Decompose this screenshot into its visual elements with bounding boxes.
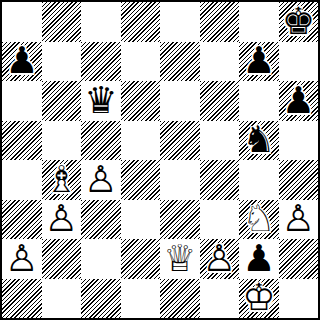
square-a7[interactable]: ♟ (2, 42, 42, 82)
white-knight[interactable]: ♞♘ (239, 200, 279, 240)
square-h5[interactable] (279, 121, 319, 161)
square-h4[interactable] (279, 160, 319, 200)
square-c1[interactable] (81, 279, 121, 319)
square-d3[interactable] (121, 200, 161, 240)
square-h1[interactable] (279, 279, 319, 319)
square-g6[interactable] (239, 81, 279, 121)
square-g7[interactable]: ♟ (239, 42, 279, 82)
black-king-icon: ♚ (279, 2, 319, 42)
square-a1[interactable] (2, 279, 42, 319)
square-h3[interactable]: ♟♙ (279, 200, 319, 240)
square-h2[interactable] (279, 239, 319, 279)
square-b3[interactable]: ♟♙ (42, 200, 82, 240)
white-pawn[interactable]: ♟♙ (200, 239, 240, 279)
square-a8[interactable] (2, 2, 42, 42)
square-f7[interactable] (200, 42, 240, 82)
square-e4[interactable] (160, 160, 200, 200)
white-king-outline-icon: ♔ (239, 279, 279, 319)
black-pawn-icon: ♟ (2, 42, 42, 82)
square-f8[interactable] (200, 2, 240, 42)
square-b4[interactable]: ♝♗ (42, 160, 82, 200)
square-e3[interactable] (160, 200, 200, 240)
white-pawn-outline-icon: ♙ (42, 200, 82, 240)
square-e8[interactable] (160, 2, 200, 42)
black-knight[interactable]: ♞ (239, 121, 279, 161)
black-pawn[interactable]: ♟ (239, 42, 279, 82)
square-a5[interactable] (2, 121, 42, 161)
white-bishop-outline-icon: ♗ (42, 160, 82, 200)
white-queen-outline-icon: ♕ (160, 239, 200, 279)
chess-board: ♚♟♟♛♟♞♝♗♟♙♟♙♞♘♟♙♟♙♛♕♟♙♟♚♔ (0, 0, 320, 320)
square-a4[interactable] (2, 160, 42, 200)
square-d2[interactable] (121, 239, 161, 279)
white-pawn-outline-icon: ♙ (81, 160, 121, 200)
square-h6[interactable]: ♟ (279, 81, 319, 121)
white-knight-outline-icon: ♘ (239, 200, 279, 240)
square-c2[interactable] (81, 239, 121, 279)
square-c3[interactable] (81, 200, 121, 240)
black-queen[interactable]: ♛ (81, 81, 121, 121)
square-e6[interactable] (160, 81, 200, 121)
square-a3[interactable] (2, 200, 42, 240)
square-f1[interactable] (200, 279, 240, 319)
black-pawn-icon: ♟ (239, 239, 279, 279)
square-g5[interactable]: ♞ (239, 121, 279, 161)
square-c5[interactable] (81, 121, 121, 161)
square-f3[interactable] (200, 200, 240, 240)
square-c7[interactable] (81, 42, 121, 82)
black-knight-icon: ♞ (239, 121, 279, 161)
square-f4[interactable] (200, 160, 240, 200)
square-d4[interactable] (121, 160, 161, 200)
square-c8[interactable] (81, 2, 121, 42)
white-queen[interactable]: ♛♕ (160, 239, 200, 279)
black-pawn-icon: ♟ (279, 81, 319, 121)
square-d8[interactable] (121, 2, 161, 42)
square-d6[interactable] (121, 81, 161, 121)
white-pawn[interactable]: ♟♙ (42, 200, 82, 240)
black-king[interactable]: ♚ (279, 2, 319, 42)
white-pawn-outline-icon: ♙ (279, 200, 319, 240)
square-e7[interactable] (160, 42, 200, 82)
square-a2[interactable]: ♟♙ (2, 239, 42, 279)
square-e5[interactable] (160, 121, 200, 161)
square-g2[interactable]: ♟ (239, 239, 279, 279)
white-pawn-outline-icon: ♙ (200, 239, 240, 279)
square-g3[interactable]: ♞♘ (239, 200, 279, 240)
square-h7[interactable] (279, 42, 319, 82)
square-e2[interactable]: ♛♕ (160, 239, 200, 279)
white-pawn[interactable]: ♟♙ (2, 239, 42, 279)
square-f5[interactable] (200, 121, 240, 161)
white-pawn[interactable]: ♟♙ (279, 200, 319, 240)
square-b5[interactable] (42, 121, 82, 161)
square-g8[interactable] (239, 2, 279, 42)
square-e1[interactable] (160, 279, 200, 319)
square-g1[interactable]: ♚♔ (239, 279, 279, 319)
black-queen-icon: ♛ (81, 81, 121, 121)
black-pawn[interactable]: ♟ (2, 42, 42, 82)
white-bishop[interactable]: ♝♗ (42, 160, 82, 200)
white-pawn[interactable]: ♟♙ (81, 160, 121, 200)
square-f6[interactable] (200, 81, 240, 121)
square-d7[interactable] (121, 42, 161, 82)
square-d1[interactable] (121, 279, 161, 319)
square-b2[interactable] (42, 239, 82, 279)
square-a6[interactable] (2, 81, 42, 121)
square-d5[interactable] (121, 121, 161, 161)
square-h8[interactable]: ♚ (279, 2, 319, 42)
square-b6[interactable] (42, 81, 82, 121)
square-g4[interactable] (239, 160, 279, 200)
square-c6[interactable]: ♛ (81, 81, 121, 121)
square-f2[interactable]: ♟♙ (200, 239, 240, 279)
white-pawn-outline-icon: ♙ (2, 239, 42, 279)
square-b7[interactable] (42, 42, 82, 82)
black-pawn-icon: ♟ (239, 42, 279, 82)
square-c4[interactable]: ♟♙ (81, 160, 121, 200)
black-pawn[interactable]: ♟ (239, 239, 279, 279)
square-b1[interactable] (42, 279, 82, 319)
white-king[interactable]: ♚♔ (239, 279, 279, 319)
square-b8[interactable] (42, 2, 82, 42)
black-pawn[interactable]: ♟ (279, 81, 319, 121)
